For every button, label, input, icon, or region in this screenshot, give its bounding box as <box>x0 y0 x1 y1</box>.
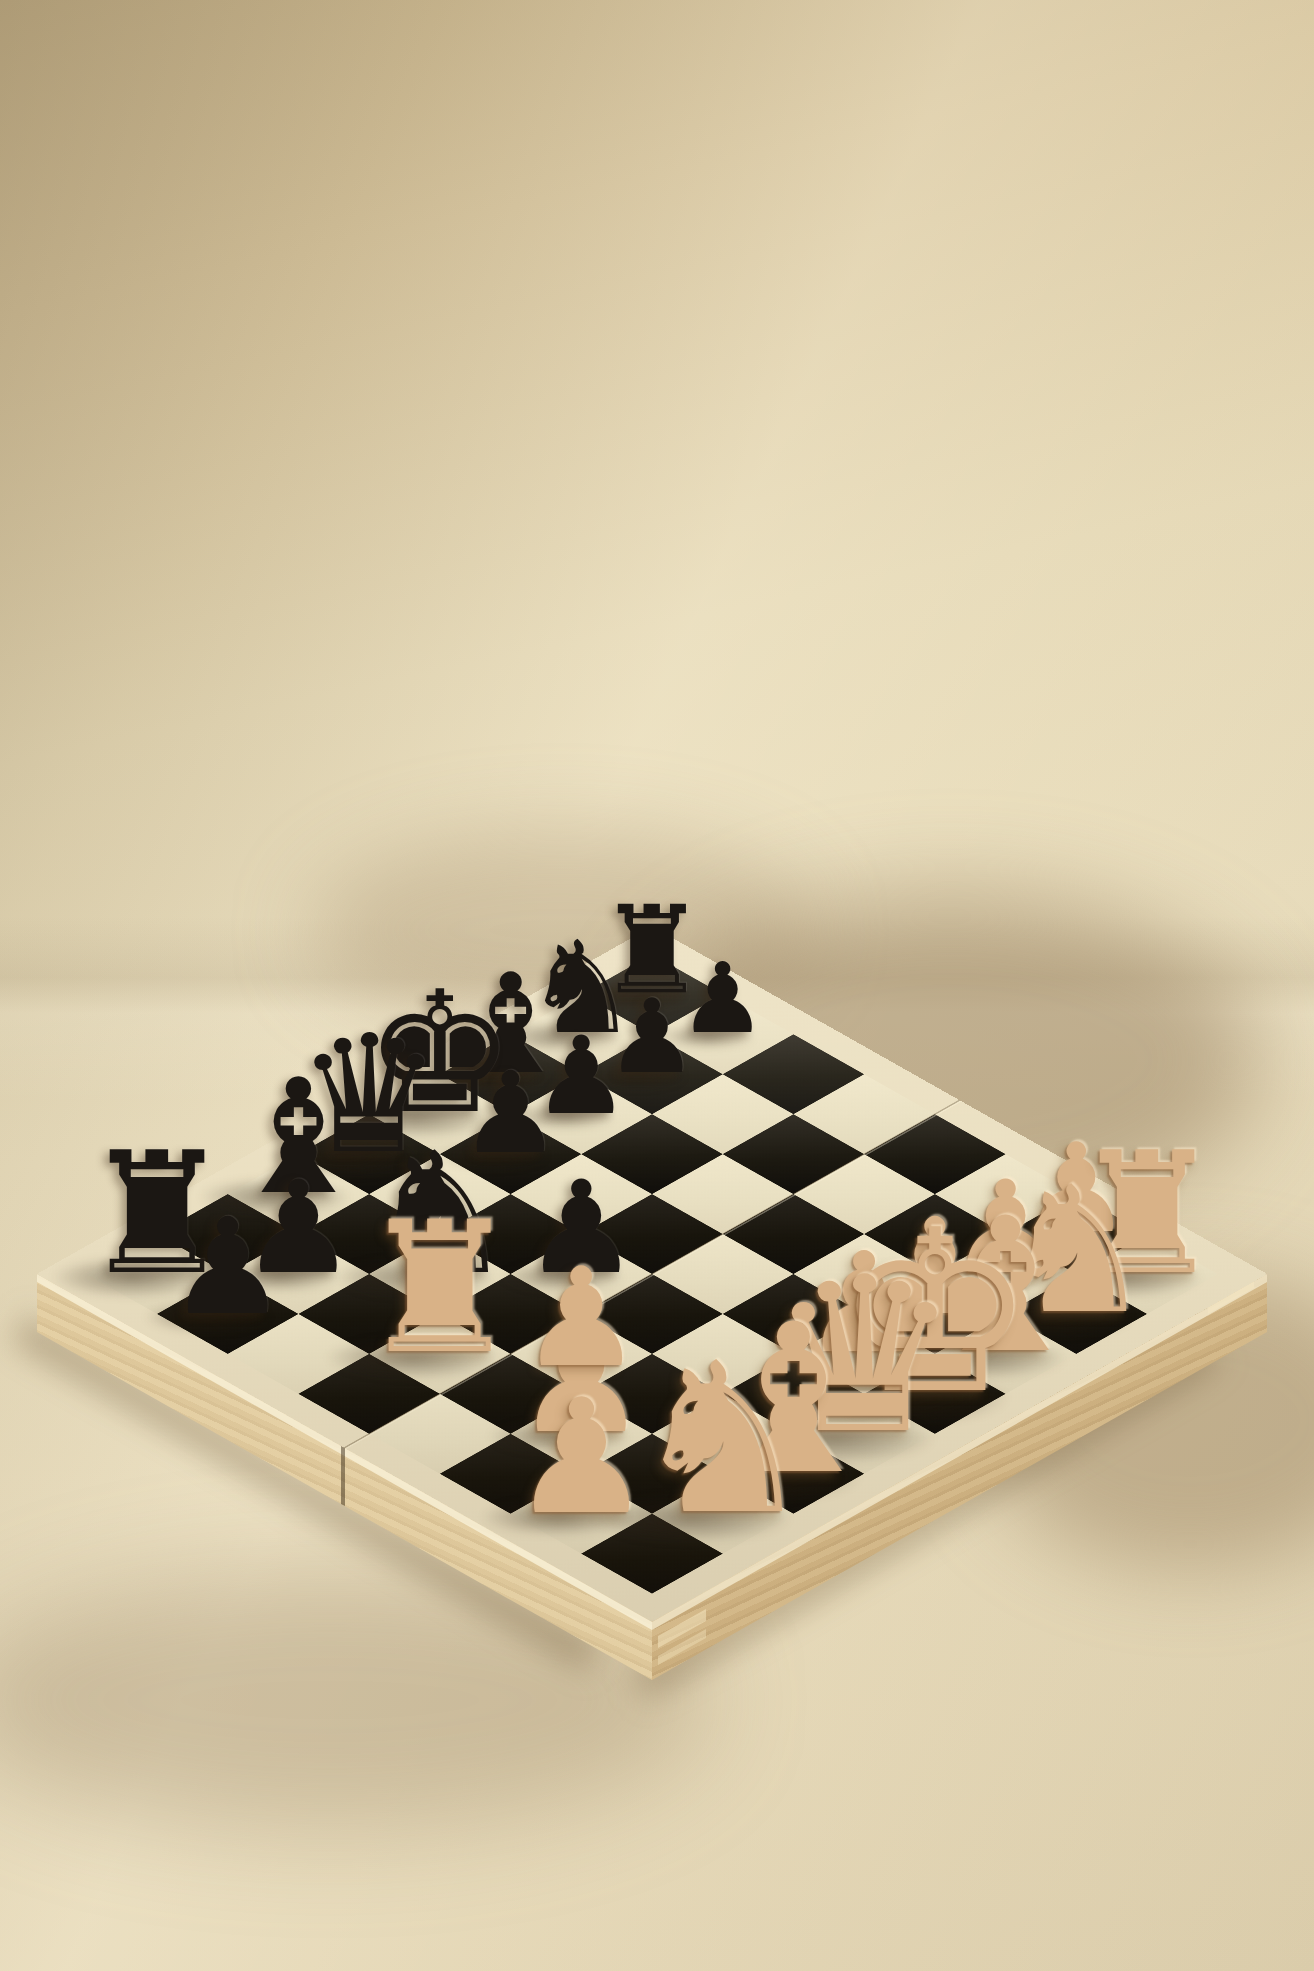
chessboard <box>37 926 1267 1621</box>
product-photo-scene: ♜♞♟♝♟♚♟♛♟♝♟♜♟♞♟♜♟♟♞♟♜♝♟♚♟♟♛♝♟♞ <box>0 0 1314 1971</box>
soft-shadow <box>0 1570 710 1830</box>
